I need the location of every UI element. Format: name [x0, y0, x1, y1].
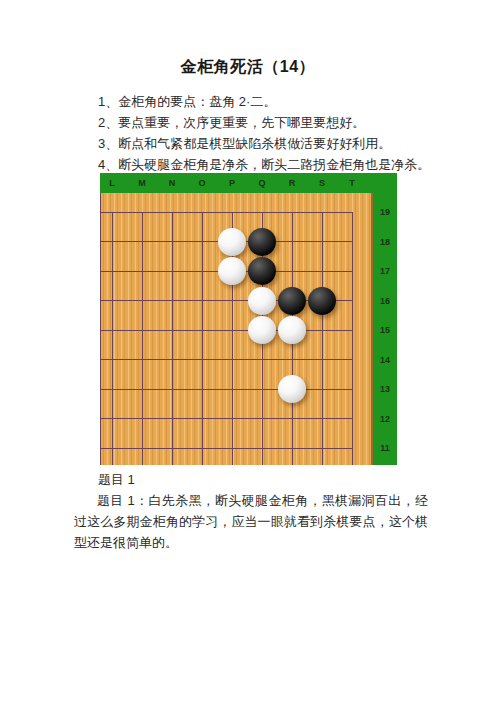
note-item-2: 2、要点重要，次序更重要，先下哪里要想好。	[98, 112, 430, 133]
row-label-17: 17	[373, 265, 397, 277]
white-stone-P18	[218, 228, 246, 256]
grid-row-line-11	[100, 448, 353, 449]
row-label-15: 15	[373, 324, 397, 336]
document-page: 金柜角死活（14） 1、金柜角的要点：盘角 2·二。2、要点重要，次序更重要，先…	[0, 0, 496, 702]
grid-row-line-13	[100, 389, 353, 390]
problem-description: 题目 1：白先杀黑，断头硬腿金柜角，黑棋漏洞百出，经过这么多期金柜角的学习，应当…	[74, 490, 428, 553]
white-stone-Q15	[248, 316, 276, 344]
column-label-P: P	[222, 173, 242, 193]
note-item-3: 3、断点和气紧都是棋型缺陷杀棋做活要好好利用。	[98, 133, 430, 154]
grid-row-line-14	[100, 359, 353, 360]
black-stone-S16	[308, 287, 336, 315]
row-label-11: 11	[373, 442, 397, 454]
grid-column-line-N	[172, 212, 173, 465]
grid-row-line-19	[100, 212, 353, 213]
white-stone-R15	[278, 316, 306, 344]
note-item-1: 1、金柜角的要点：盘角 2·二。	[98, 91, 430, 112]
column-label-N: N	[162, 173, 182, 193]
black-stone-R16	[278, 287, 306, 315]
white-stone-P17	[218, 257, 246, 285]
black-stone-Q18	[248, 228, 276, 256]
column-label-R: R	[282, 173, 302, 193]
column-label-Q: Q	[252, 173, 272, 193]
white-stone-Q16	[248, 287, 276, 315]
row-label-16: 16	[373, 295, 397, 307]
grid-row-line-12	[100, 418, 353, 419]
grid-column-line-L	[112, 212, 113, 465]
column-label-M: M	[132, 173, 152, 193]
page-title: 金柜角死活（14）	[0, 57, 496, 78]
column-label-T: T	[342, 173, 362, 193]
black-stone-Q17	[248, 257, 276, 285]
column-label-O: O	[192, 173, 212, 193]
row-label-13: 13	[373, 383, 397, 395]
column-label-L: L	[102, 173, 122, 193]
row-label-18: 18	[373, 236, 397, 248]
diagram-caption: 题目 1	[98, 471, 135, 489]
row-label-12: 12	[373, 413, 397, 425]
row-label-19: 19	[373, 206, 397, 218]
grid-row-line-15	[100, 330, 353, 331]
grid-column-line-M	[142, 212, 143, 465]
go-board-diagram: LMNOPQRST191817161514131211	[100, 173, 397, 465]
column-label-S: S	[312, 173, 332, 193]
grid-column-line-O	[202, 212, 203, 465]
grid-column-line-T	[352, 212, 353, 465]
white-stone-R13	[278, 375, 306, 403]
row-label-14: 14	[373, 354, 397, 366]
notes-list: 1、金柜角的要点：盘角 2·二。2、要点重要，次序更重要，先下哪里要想好。3、断…	[98, 91, 430, 175]
grid-column-line-S	[322, 212, 323, 465]
note-item-4: 4、断头硬腿金柜角是净杀，断头二路拐金柜角也是净杀。	[98, 154, 430, 175]
